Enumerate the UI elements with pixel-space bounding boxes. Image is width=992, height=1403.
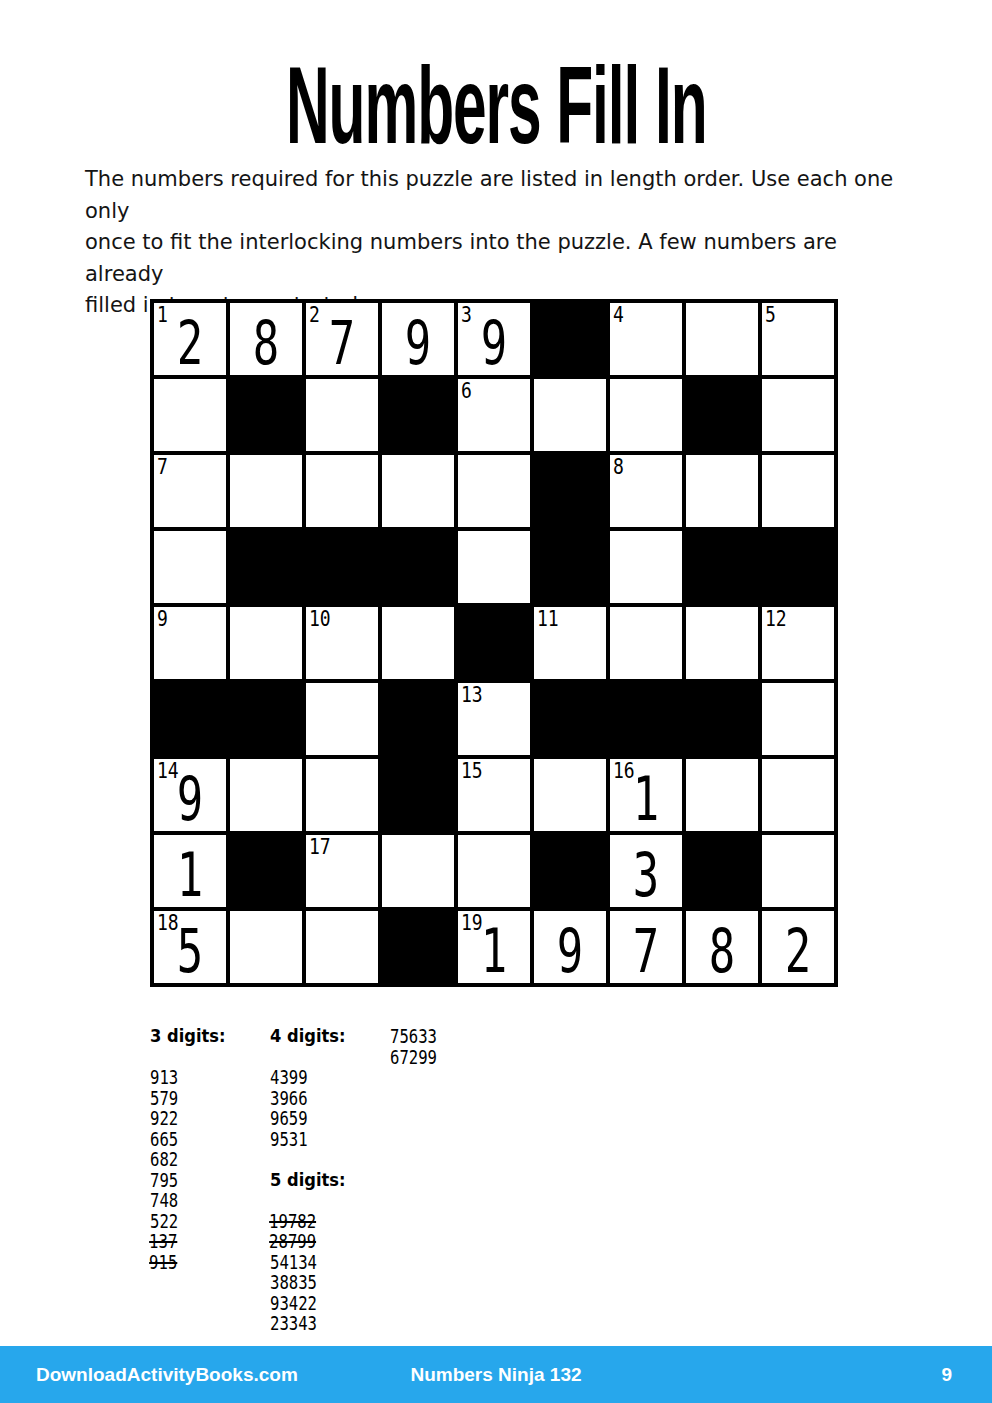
list-number: 795 bbox=[150, 1170, 236, 1191]
black-cell bbox=[684, 529, 760, 605]
list-number-text: 23343 bbox=[270, 1313, 317, 1334]
black-cell bbox=[380, 757, 456, 833]
list-number: 4399 bbox=[270, 1067, 356, 1088]
grid-cell-r3c8[interactable] bbox=[684, 453, 760, 529]
list-header: 4 digits: bbox=[270, 1026, 356, 1047]
given-digit: 9 bbox=[544, 911, 596, 983]
black-cell bbox=[228, 529, 304, 605]
black-cell bbox=[228, 377, 304, 453]
list-number: 9531 bbox=[270, 1129, 356, 1150]
list-number-text: 54134 bbox=[270, 1252, 317, 1273]
grid-cell-r2c7[interactable] bbox=[608, 377, 684, 453]
page-title: Numbers Fill In bbox=[0, 50, 992, 160]
grid-cell-r9c8[interactable]: 8 bbox=[684, 909, 760, 985]
clue-number: 8 bbox=[613, 456, 624, 478]
list-number: 93422 bbox=[270, 1293, 356, 1314]
grid-cell-r9c1[interactable]: 185 bbox=[152, 909, 228, 985]
footer-bar: DownloadActivityBooks.com Numbers Ninja … bbox=[0, 1346, 992, 1403]
given-digit: 9 bbox=[392, 303, 444, 375]
list-number-text: 4399 bbox=[270, 1067, 308, 1088]
grid-cell-r1c7[interactable]: 4 bbox=[608, 301, 684, 377]
grid-cell-r9c2[interactable] bbox=[228, 909, 304, 985]
list-number: 28799 bbox=[270, 1231, 356, 1252]
grid-cell-r2c3[interactable] bbox=[304, 377, 380, 453]
grid-cell-r2c1[interactable] bbox=[152, 377, 228, 453]
clue-number: 6 bbox=[461, 380, 472, 402]
grid-cell-r3c4[interactable] bbox=[380, 453, 456, 529]
list-number: 38835 bbox=[270, 1272, 356, 1293]
given-digit: 1 bbox=[468, 911, 520, 983]
grid-cell-r7c5[interactable]: 15 bbox=[456, 757, 532, 833]
given-digit: 7 bbox=[620, 911, 672, 983]
grid-cell-r4c7[interactable] bbox=[608, 529, 684, 605]
number-list-column-1: 3 digits:913579922665682795748522137915 bbox=[150, 1026, 236, 1272]
grid-cell-r5c2[interactable] bbox=[228, 605, 304, 681]
grid-cell-r5c7[interactable] bbox=[608, 605, 684, 681]
black-cell bbox=[532, 529, 608, 605]
clue-number: 10 bbox=[309, 608, 331, 630]
list-number: 748 bbox=[150, 1190, 236, 1211]
grid-cell-r3c1[interactable]: 7 bbox=[152, 453, 228, 529]
given-digit: 5 bbox=[164, 911, 216, 983]
number-list-column-2: 4 digits:43993966965995315 digits:197822… bbox=[270, 1026, 356, 1334]
given-digit: 8 bbox=[240, 303, 292, 375]
grid-cell-r3c5[interactable] bbox=[456, 453, 532, 529]
clue-number: 15 bbox=[461, 760, 483, 782]
grid-cell-r3c9[interactable] bbox=[760, 453, 836, 529]
list-spacer bbox=[270, 1047, 356, 1068]
grid-cell-r5c9[interactable]: 12 bbox=[760, 605, 836, 681]
crossed-out-number: 915 bbox=[146, 1252, 180, 1273]
grid-cell-r7c9[interactable] bbox=[760, 757, 836, 833]
grid-cell-r7c8[interactable] bbox=[684, 757, 760, 833]
black-cell bbox=[228, 681, 304, 757]
grid-cell-r9c3[interactable] bbox=[304, 909, 380, 985]
list-number-text: 522 bbox=[150, 1211, 178, 1232]
black-cell bbox=[228, 833, 304, 909]
grid-cell-r9c7[interactable]: 7 bbox=[608, 909, 684, 985]
instructions: The numbers required for this puzzle are… bbox=[85, 164, 920, 322]
grid-cell-r6c3[interactable] bbox=[304, 681, 380, 757]
grid-cell-r7c7[interactable]: 161 bbox=[608, 757, 684, 833]
black-cell bbox=[532, 453, 608, 529]
number-list-column-3: 7563367299 bbox=[390, 1026, 450, 1067]
list-number-text: 913 bbox=[150, 1067, 178, 1088]
clue-number: 7 bbox=[157, 456, 168, 478]
grid-cell-r8c5[interactable] bbox=[456, 833, 532, 909]
grid-cell-r8c7[interactable]: 3 bbox=[608, 833, 684, 909]
black-cell bbox=[380, 909, 456, 985]
grid-cell-r4c1[interactable] bbox=[152, 529, 228, 605]
black-cell bbox=[684, 681, 760, 757]
black-cell bbox=[532, 301, 608, 377]
grid-cell-r3c3[interactable] bbox=[304, 453, 380, 529]
black-cell bbox=[380, 681, 456, 757]
grid-cell-r2c5[interactable]: 6 bbox=[456, 377, 532, 453]
list-number-text: 579 bbox=[150, 1088, 178, 1109]
list-number-text: 38835 bbox=[270, 1272, 317, 1293]
grid-cell-r9c6[interactable]: 9 bbox=[532, 909, 608, 985]
black-cell bbox=[152, 681, 228, 757]
given-digit: 3 bbox=[620, 835, 672, 907]
clue-number: 11 bbox=[537, 608, 559, 630]
list-number: 913 bbox=[150, 1067, 236, 1088]
grid-cell-r8c3[interactable]: 17 bbox=[304, 833, 380, 909]
grid-cell-r9c5[interactable]: 191 bbox=[456, 909, 532, 985]
list-header-text: 4 digits: bbox=[270, 1026, 345, 1047]
footer-puzzle-name: Numbers Ninja 132 bbox=[0, 1364, 992, 1386]
grid-cell-r2c6[interactable] bbox=[532, 377, 608, 453]
grid-cell-r5c6[interactable]: 11 bbox=[532, 605, 608, 681]
list-number: 19782 bbox=[270, 1211, 356, 1232]
list-header: 3 digits: bbox=[150, 1026, 236, 1047]
clue-number: 5 bbox=[765, 304, 776, 326]
list-number: 682 bbox=[150, 1149, 236, 1170]
given-digit: 1 bbox=[620, 759, 672, 831]
grid-cell-r1c4[interactable]: 9 bbox=[380, 301, 456, 377]
grid-cell-r8c1[interactable]: 1 bbox=[152, 833, 228, 909]
grid-cell-r7c6[interactable] bbox=[532, 757, 608, 833]
grid-cell-r7c2[interactable] bbox=[228, 757, 304, 833]
puzzle-page: Numbers Fill In The numbers required for… bbox=[0, 0, 992, 1403]
given-digit: 1 bbox=[164, 835, 216, 907]
list-number: 665 bbox=[150, 1129, 236, 1150]
list-number: 915 bbox=[150, 1252, 236, 1273]
list-number-text: 748 bbox=[150, 1190, 178, 1211]
grid-cell-r8c4[interactable] bbox=[380, 833, 456, 909]
list-number-text: 682 bbox=[150, 1149, 178, 1170]
grid-cell-r1c9[interactable]: 5 bbox=[760, 301, 836, 377]
list-number-text: 922 bbox=[150, 1108, 178, 1129]
grid-cell-r7c3[interactable] bbox=[304, 757, 380, 833]
clue-number: 13 bbox=[461, 684, 483, 706]
grid-cell-r6c5[interactable]: 13 bbox=[456, 681, 532, 757]
list-number: 75633 bbox=[390, 1026, 450, 1047]
given-digit: 9 bbox=[164, 759, 216, 831]
grid-cell-r6c9[interactable] bbox=[760, 681, 836, 757]
list-spacer bbox=[270, 1190, 356, 1211]
list-number-text: 665 bbox=[150, 1129, 178, 1150]
grid-cell-r5c8[interactable] bbox=[684, 605, 760, 681]
list-number-text: 67299 bbox=[390, 1047, 437, 1068]
clue-number: 9 bbox=[157, 608, 168, 630]
black-cell bbox=[684, 377, 760, 453]
crossed-out-number: 19782 bbox=[266, 1211, 319, 1232]
list-number-text: 75633 bbox=[390, 1026, 437, 1047]
list-number: 922 bbox=[150, 1108, 236, 1129]
grid-cell-r5c4[interactable] bbox=[380, 605, 456, 681]
list-number-text: 9531 bbox=[270, 1129, 308, 1150]
clue-number: 12 bbox=[765, 608, 787, 630]
given-digit: 2 bbox=[772, 911, 824, 983]
black-cell bbox=[304, 529, 380, 605]
list-header-text: 5 digits: bbox=[270, 1170, 345, 1191]
list-number-text: 93422 bbox=[270, 1293, 317, 1314]
given-digit: 2 bbox=[164, 303, 216, 375]
black-cell bbox=[380, 377, 456, 453]
clue-number: 4 bbox=[613, 304, 624, 326]
list-number: 67299 bbox=[390, 1047, 450, 1068]
list-number: 137 bbox=[150, 1231, 236, 1252]
black-cell bbox=[760, 529, 836, 605]
list-number: 3966 bbox=[270, 1088, 356, 1109]
given-digit: 8 bbox=[696, 911, 748, 983]
grid-cell-r5c3[interactable]: 10 bbox=[304, 605, 380, 681]
grid-cell-r3c7[interactable]: 8 bbox=[608, 453, 684, 529]
grid-cell-r1c3[interactable]: 27 bbox=[304, 301, 380, 377]
list-spacer bbox=[150, 1047, 236, 1068]
grid-cell-r1c2[interactable]: 8 bbox=[228, 301, 304, 377]
grid-cell-r3c2[interactable] bbox=[228, 453, 304, 529]
list-number: 9659 bbox=[270, 1108, 356, 1129]
list-header: 5 digits: bbox=[270, 1170, 356, 1191]
grid-cell-r1c1[interactable]: 12 bbox=[152, 301, 228, 377]
crossed-out-number: 28799 bbox=[266, 1231, 319, 1252]
puzzle-grid: 1282793945678910111213149151611173185191… bbox=[150, 299, 838, 987]
given-digit: 9 bbox=[468, 303, 520, 375]
black-cell bbox=[608, 681, 684, 757]
black-cell bbox=[532, 681, 608, 757]
black-cell bbox=[456, 605, 532, 681]
grid-cell-r9c9[interactable]: 2 bbox=[760, 909, 836, 985]
black-cell bbox=[380, 529, 456, 605]
list-number: 522 bbox=[150, 1211, 236, 1232]
grid-cell-r2c9[interactable] bbox=[760, 377, 836, 453]
clue-number: 17 bbox=[309, 836, 331, 858]
grid-cell-r5c1[interactable]: 9 bbox=[152, 605, 228, 681]
black-cell bbox=[532, 833, 608, 909]
page-title-text: Numbers Fill In bbox=[286, 50, 707, 160]
list-number-text: 9659 bbox=[270, 1108, 308, 1129]
grid-cell-r1c8[interactable] bbox=[684, 301, 760, 377]
crossed-out-number: 137 bbox=[146, 1231, 180, 1252]
given-digit: 7 bbox=[316, 303, 368, 375]
list-number: 579 bbox=[150, 1088, 236, 1109]
list-header-text: 3 digits: bbox=[150, 1026, 225, 1047]
list-number: 23343 bbox=[270, 1313, 356, 1334]
grid-cell-r7c1[interactable]: 149 bbox=[152, 757, 228, 833]
grid-cell-r4c5[interactable] bbox=[456, 529, 532, 605]
list-number-text: 795 bbox=[150, 1170, 178, 1191]
grid-cell-r1c5[interactable]: 39 bbox=[456, 301, 532, 377]
list-number-text: 3966 bbox=[270, 1088, 308, 1109]
grid-cell-r8c9[interactable] bbox=[760, 833, 836, 909]
list-spacer bbox=[270, 1149, 356, 1170]
black-cell bbox=[684, 833, 760, 909]
footer-page-number: 9 bbox=[941, 1364, 952, 1386]
list-number: 54134 bbox=[270, 1252, 356, 1273]
